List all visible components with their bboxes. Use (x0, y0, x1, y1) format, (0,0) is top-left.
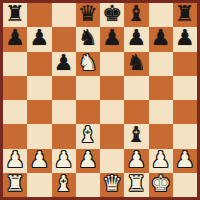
piece-white-knight-d6[interactable]: ♞ (78, 52, 98, 74)
square-g3[interactable] (149, 124, 173, 148)
piece-black-bishop-f3[interactable]: ♝ (127, 124, 147, 146)
square-d4[interactable] (76, 100, 100, 124)
square-d3[interactable]: ♝ (76, 124, 100, 148)
piece-white-pawn-b2[interactable]: ♟ (30, 149, 50, 171)
square-d5[interactable] (76, 76, 100, 100)
square-f6[interactable]: ♞ (124, 52, 148, 76)
square-f1[interactable]: ♜ (124, 173, 148, 197)
square-c8[interactable] (52, 3, 76, 27)
square-f2[interactable]: ♟ (124, 149, 148, 173)
square-b2[interactable]: ♟ (27, 149, 51, 173)
square-g1[interactable]: ♚ (149, 173, 173, 197)
piece-white-pawn-h2[interactable]: ♟ (175, 149, 195, 171)
square-a6[interactable] (3, 52, 27, 76)
piece-white-rook-f1[interactable]: ♜ (127, 173, 147, 195)
square-d6[interactable]: ♞ (76, 52, 100, 76)
chess-board: ♜♛♚♝♜♟♟♞♟♟♟♟♟♞♞♝♝♟♟♟♟♟♟♟♜♝♛♜♚ (0, 0, 200, 200)
piece-white-pawn-d2[interactable]: ♟ (78, 149, 98, 171)
piece-black-bishop-f8[interactable]: ♝ (127, 3, 147, 25)
square-d7[interactable]: ♞ (76, 27, 100, 51)
piece-white-bishop-c1[interactable]: ♝ (54, 173, 74, 195)
square-h1[interactable] (173, 173, 197, 197)
piece-black-pawn-b7[interactable]: ♟ (30, 27, 50, 49)
piece-white-king-g1[interactable]: ♚ (151, 173, 171, 195)
square-h8[interactable]: ♜ (173, 3, 197, 27)
piece-black-rook-h8[interactable]: ♜ (175, 3, 195, 25)
piece-black-rook-a8[interactable]: ♜ (5, 3, 25, 25)
square-e7[interactable]: ♟ (100, 27, 124, 51)
piece-black-pawn-a7[interactable]: ♟ (5, 27, 25, 49)
square-c4[interactable] (52, 100, 76, 124)
square-c5[interactable] (52, 76, 76, 100)
square-b7[interactable]: ♟ (27, 27, 51, 51)
piece-black-king-e8[interactable]: ♚ (102, 3, 122, 25)
piece-white-queen-e1[interactable]: ♛ (102, 173, 122, 195)
square-g8[interactable] (149, 3, 173, 27)
square-d1[interactable] (76, 173, 100, 197)
square-c2[interactable]: ♟ (52, 149, 76, 173)
square-a7[interactable]: ♟ (3, 27, 27, 51)
square-a8[interactable]: ♜ (3, 3, 27, 27)
piece-white-rook-a1[interactable]: ♜ (5, 173, 25, 195)
piece-white-pawn-a2[interactable]: ♟ (5, 149, 25, 171)
square-a1[interactable]: ♜ (3, 173, 27, 197)
square-g2[interactable]: ♟ (149, 149, 173, 173)
piece-black-pawn-h7[interactable]: ♟ (175, 27, 195, 49)
square-b8[interactable] (27, 3, 51, 27)
square-b4[interactable] (27, 100, 51, 124)
square-f3[interactable]: ♝ (124, 124, 148, 148)
piece-black-pawn-f7[interactable]: ♟ (127, 27, 147, 49)
piece-black-knight-f6[interactable]: ♞ (127, 52, 147, 74)
square-a5[interactable] (3, 76, 27, 100)
square-d2[interactable]: ♟ (76, 149, 100, 173)
square-f8[interactable]: ♝ (124, 3, 148, 27)
square-c7[interactable] (52, 27, 76, 51)
square-h6[interactable] (173, 52, 197, 76)
square-b3[interactable] (27, 124, 51, 148)
piece-white-pawn-f2[interactable]: ♟ (127, 149, 147, 171)
square-g4[interactable] (149, 100, 173, 124)
square-g6[interactable] (149, 52, 173, 76)
square-b6[interactable] (27, 52, 51, 76)
square-b1[interactable] (27, 173, 51, 197)
square-e4[interactable] (100, 100, 124, 124)
square-h2[interactable]: ♟ (173, 149, 197, 173)
square-h7[interactable]: ♟ (173, 27, 197, 51)
square-g7[interactable]: ♟ (149, 27, 173, 51)
square-f4[interactable] (124, 100, 148, 124)
piece-black-pawn-c6[interactable]: ♟ (54, 52, 74, 74)
square-c6[interactable]: ♟ (52, 52, 76, 76)
square-c1[interactable]: ♝ (52, 173, 76, 197)
square-g5[interactable] (149, 76, 173, 100)
square-b5[interactable] (27, 76, 51, 100)
piece-white-bishop-d3[interactable]: ♝ (78, 124, 98, 146)
square-e2[interactable] (100, 149, 124, 173)
square-e8[interactable]: ♚ (100, 3, 124, 27)
square-c3[interactable] (52, 124, 76, 148)
piece-white-pawn-c2[interactable]: ♟ (54, 149, 74, 171)
square-e3[interactable] (100, 124, 124, 148)
square-e6[interactable] (100, 52, 124, 76)
square-h3[interactable] (173, 124, 197, 148)
piece-white-pawn-g2[interactable]: ♟ (151, 149, 171, 171)
piece-black-pawn-g7[interactable]: ♟ (151, 27, 171, 49)
square-f5[interactable] (124, 76, 148, 100)
square-f7[interactable]: ♟ (124, 27, 148, 51)
square-h4[interactable] (173, 100, 197, 124)
square-d8[interactable]: ♛ (76, 3, 100, 27)
piece-black-knight-d7[interactable]: ♞ (78, 27, 98, 49)
piece-black-pawn-e7[interactable]: ♟ (102, 27, 122, 49)
piece-black-queen-d8[interactable]: ♛ (78, 3, 98, 25)
square-a2[interactable]: ♟ (3, 149, 27, 173)
square-e5[interactable] (100, 76, 124, 100)
square-e1[interactable]: ♛ (100, 173, 124, 197)
square-h5[interactable] (173, 76, 197, 100)
square-a4[interactable] (3, 100, 27, 124)
square-a3[interactable] (3, 124, 27, 148)
